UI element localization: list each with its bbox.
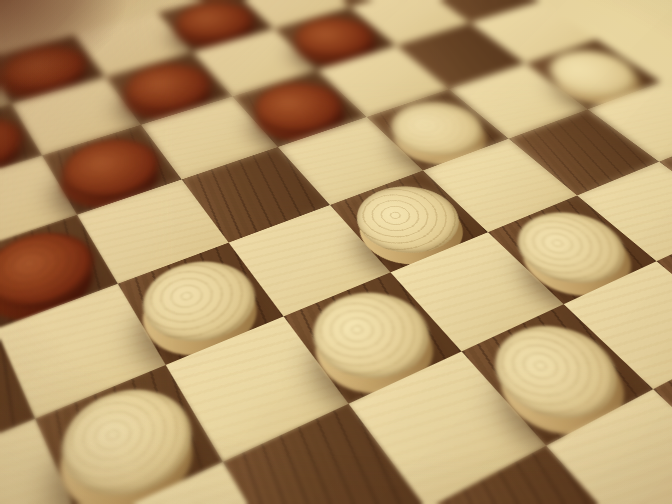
checkers-board	[0, 0, 672, 504]
checkers-photo-scene	[0, 0, 672, 504]
